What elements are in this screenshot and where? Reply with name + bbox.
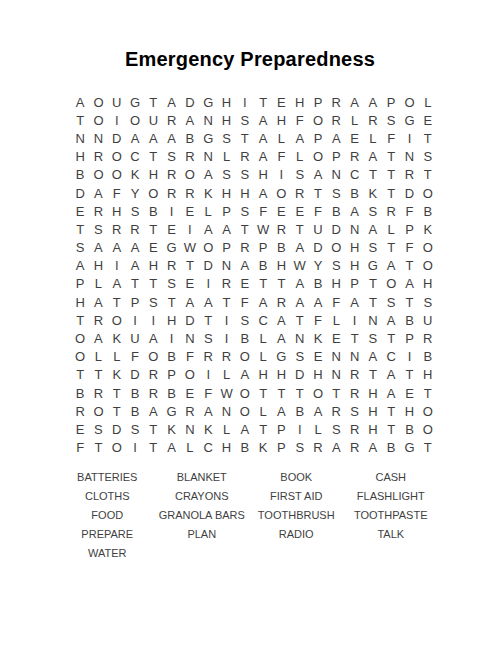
grid-cell-r16c2[interactable]: T — [89, 366, 107, 384]
grid-cell-r9c3[interactable]: A — [108, 239, 126, 257]
grid-cell-r20c2[interactable]: T — [89, 439, 107, 457]
grid-cell-r1c8[interactable]: G — [199, 93, 217, 111]
grid-cell-r14c6[interactable]: I — [162, 329, 180, 347]
grid-cell-r12c5[interactable]: S — [144, 293, 162, 311]
grid-cell-r3c10[interactable]: T — [236, 129, 254, 147]
grid-cell-r12c2[interactable]: A — [89, 293, 107, 311]
grid-cell-r9c19[interactable]: F — [400, 239, 418, 257]
grid-cell-r1c15[interactable]: R — [327, 93, 345, 111]
grid-cell-r4c14[interactable]: O — [309, 148, 327, 166]
grid-cell-r1c13[interactable]: H — [291, 93, 309, 111]
grid-cell-r16c9[interactable]: L — [217, 366, 235, 384]
grid-cell-r19c13[interactable]: I — [291, 420, 309, 438]
grid-cell-r16c8[interactable]: I — [199, 366, 217, 384]
grid-cell-r19c8[interactable]: K — [199, 420, 217, 438]
grid-cell-r5c7[interactable]: O — [181, 166, 199, 184]
grid-cell-r12c18[interactable]: S — [382, 293, 400, 311]
grid-cell-r20c11[interactable]: K — [254, 439, 272, 457]
grid-cell-r12c6[interactable]: T — [162, 293, 180, 311]
grid-cell-r18c7[interactable]: R — [181, 402, 199, 420]
grid-cell-r1c19[interactable]: O — [400, 93, 418, 111]
grid-cell-r6c14[interactable]: T — [309, 184, 327, 202]
grid-cell-r19c7[interactable]: N — [181, 420, 199, 438]
grid-cell-r14c8[interactable]: S — [199, 329, 217, 347]
grid-cell-r4c19[interactable]: N — [400, 148, 418, 166]
grid-cell-r6c4[interactable]: Y — [126, 184, 144, 202]
grid-cell-r17c6[interactable]: B — [162, 384, 180, 402]
grid-cell-r12c11[interactable]: A — [254, 293, 272, 311]
grid-cell-r6c7[interactable]: R — [181, 184, 199, 202]
grid-cell-r17c19[interactable]: E — [400, 384, 418, 402]
grid-cell-r15c4[interactable]: F — [126, 348, 144, 366]
grid-cell-r8c16[interactable]: N — [345, 220, 363, 238]
grid-cell-r3c20[interactable]: T — [419, 129, 437, 147]
grid-cell-r20c3[interactable]: O — [108, 439, 126, 457]
grid-cell-r18c19[interactable]: H — [400, 402, 418, 420]
grid-cell-r3c11[interactable]: A — [254, 129, 272, 147]
grid-cell-r6c2[interactable]: A — [89, 184, 107, 202]
grid-cell-r7c10[interactable]: S — [236, 202, 254, 220]
grid-cell-r16c10[interactable]: A — [236, 366, 254, 384]
grid-cell-r10c17[interactable]: G — [364, 257, 382, 275]
grid-cell-r4c13[interactable]: L — [291, 148, 309, 166]
grid-cell-r12c4[interactable]: P — [126, 293, 144, 311]
grid-cell-r15c20[interactable]: B — [419, 348, 437, 366]
grid-cell-r11c8[interactable]: I — [199, 275, 217, 293]
grid-cell-r15c3[interactable]: L — [108, 348, 126, 366]
grid-cell-r8c10[interactable]: T — [236, 220, 254, 238]
grid-cell-r1c11[interactable]: T — [254, 93, 272, 111]
grid-cell-r8c7[interactable]: I — [181, 220, 199, 238]
grid-cell-r17c16[interactable]: R — [345, 384, 363, 402]
grid-cell-r9c14[interactable]: D — [309, 239, 327, 257]
grid-cell-r15c17[interactable]: A — [364, 348, 382, 366]
grid-cell-r11c15[interactable]: H — [327, 275, 345, 293]
grid-cell-r9c15[interactable]: O — [327, 239, 345, 257]
grid-cell-r1c6[interactable]: A — [162, 93, 180, 111]
grid-cell-r4c15[interactable]: P — [327, 148, 345, 166]
grid-cell-r15c8[interactable]: R — [199, 348, 217, 366]
grid-cell-r20c5[interactable]: T — [144, 439, 162, 457]
grid-cell-r10c14[interactable]: Y — [309, 257, 327, 275]
grid-cell-r2c5[interactable]: U — [144, 111, 162, 129]
grid-cell-r19c18[interactable]: T — [382, 420, 400, 438]
grid-cell-r10c18[interactable]: A — [382, 257, 400, 275]
grid-cell-r16c7[interactable]: O — [181, 366, 199, 384]
grid-cell-r11c1[interactable]: P — [71, 275, 89, 293]
grid-cell-r12c8[interactable]: A — [199, 293, 217, 311]
grid-cell-r2c7[interactable]: A — [181, 111, 199, 129]
grid-cell-r9c4[interactable]: A — [126, 239, 144, 257]
grid-cell-r16c19[interactable]: T — [400, 366, 418, 384]
grid-cell-r18c3[interactable]: T — [108, 402, 126, 420]
grid-cell-r7c13[interactable]: E — [291, 202, 309, 220]
grid-cell-r13c12[interactable]: A — [272, 311, 290, 329]
grid-cell-r1c14[interactable]: P — [309, 93, 327, 111]
grid-cell-r20c17[interactable]: A — [364, 439, 382, 457]
grid-cell-r10c11[interactable]: B — [254, 257, 272, 275]
grid-cell-r14c7[interactable]: N — [181, 329, 199, 347]
grid-cell-r7c1[interactable]: E — [71, 202, 89, 220]
grid-cell-r11c20[interactable]: H — [419, 275, 437, 293]
grid-cell-r8c20[interactable]: K — [419, 220, 437, 238]
grid-cell-r8c19[interactable]: P — [400, 220, 418, 238]
grid-cell-r2c17[interactable]: R — [364, 111, 382, 129]
grid-cell-r18c5[interactable]: A — [144, 402, 162, 420]
grid-cell-r16c20[interactable]: H — [419, 366, 437, 384]
grid-cell-r10c2[interactable]: H — [89, 257, 107, 275]
grid-cell-r14c15[interactable]: E — [327, 329, 345, 347]
grid-cell-r2c12[interactable]: H — [272, 111, 290, 129]
grid-cell-r3c16[interactable]: E — [345, 129, 363, 147]
grid-cell-r11c13[interactable]: A — [291, 275, 309, 293]
grid-cell-r17c9[interactable]: W — [217, 384, 235, 402]
grid-cell-r6c6[interactable]: R — [162, 184, 180, 202]
grid-cell-r14c17[interactable]: S — [364, 329, 382, 347]
grid-cell-r14c18[interactable]: T — [382, 329, 400, 347]
grid-cell-r6c15[interactable]: S — [327, 184, 345, 202]
grid-cell-r4c3[interactable]: O — [108, 148, 126, 166]
grid-cell-r15c18[interactable]: C — [382, 348, 400, 366]
grid-cell-r20c1[interactable]: F — [71, 439, 89, 457]
grid-cell-r6c11[interactable]: A — [254, 184, 272, 202]
grid-cell-r19c17[interactable]: H — [364, 420, 382, 438]
grid-cell-r5c6[interactable]: R — [162, 166, 180, 184]
grid-cell-r3c6[interactable]: A — [162, 129, 180, 147]
grid-cell-r14c3[interactable]: K — [108, 329, 126, 347]
grid-cell-r12c14[interactable]: A — [309, 293, 327, 311]
grid-cell-r16c18[interactable]: A — [382, 366, 400, 384]
grid-cell-r4c1[interactable]: H — [71, 148, 89, 166]
grid-cell-r13c14[interactable]: F — [309, 311, 327, 329]
grid-cell-r7c17[interactable]: S — [364, 202, 382, 220]
grid-cell-r19c1[interactable]: E — [71, 420, 89, 438]
grid-cell-r11c19[interactable]: A — [400, 275, 418, 293]
grid-cell-r20c7[interactable]: L — [181, 439, 199, 457]
grid-cell-r16c5[interactable]: R — [144, 366, 162, 384]
grid-cell-r19c12[interactable]: P — [272, 420, 290, 438]
grid-cell-r16c12[interactable]: H — [272, 366, 290, 384]
grid-cell-r15c11[interactable]: L — [254, 348, 272, 366]
grid-cell-r8c11[interactable]: W — [254, 220, 272, 238]
grid-cell-r12c13[interactable]: A — [291, 293, 309, 311]
grid-cell-r15c6[interactable]: B — [162, 348, 180, 366]
grid-cell-r5c20[interactable]: T — [419, 166, 437, 184]
grid-cell-r7c5[interactable]: B — [144, 202, 162, 220]
grid-cell-r7c16[interactable]: A — [345, 202, 363, 220]
grid-cell-r13c3[interactable]: O — [108, 311, 126, 329]
grid-cell-r11c3[interactable]: A — [108, 275, 126, 293]
grid-cell-r1c10[interactable]: I — [236, 93, 254, 111]
grid-cell-r14c13[interactable]: N — [291, 329, 309, 347]
grid-cell-r1c7[interactable]: D — [181, 93, 199, 111]
grid-cell-r5c10[interactable]: S — [236, 166, 254, 184]
grid-cell-r9c5[interactable]: E — [144, 239, 162, 257]
grid-cell-r4c12[interactable]: F — [272, 148, 290, 166]
grid-cell-r17c13[interactable]: T — [291, 384, 309, 402]
grid-cell-r15c9[interactable]: R — [217, 348, 235, 366]
grid-cell-r12c16[interactable]: A — [345, 293, 363, 311]
grid-cell-r8c6[interactable]: E — [162, 220, 180, 238]
grid-cell-r3c2[interactable]: N — [89, 129, 107, 147]
grid-cell-r13c18[interactable]: A — [382, 311, 400, 329]
grid-cell-r11c17[interactable]: T — [364, 275, 382, 293]
grid-cell-r1c5[interactable]: T — [144, 93, 162, 111]
grid-cell-r7c8[interactable]: L — [199, 202, 217, 220]
grid-cell-r20c19[interactable]: G — [400, 439, 418, 457]
grid-cell-r15c7[interactable]: F — [181, 348, 199, 366]
grid-cell-r12c3[interactable]: T — [108, 293, 126, 311]
grid-cell-r11c7[interactable]: E — [181, 275, 199, 293]
grid-cell-r20c4[interactable]: I — [126, 439, 144, 457]
grid-cell-r3c9[interactable]: S — [217, 129, 235, 147]
grid-cell-r15c14[interactable]: E — [309, 348, 327, 366]
grid-cell-r5c8[interactable]: A — [199, 166, 217, 184]
grid-cell-r7c12[interactable]: E — [272, 202, 290, 220]
grid-cell-r13c20[interactable]: U — [419, 311, 437, 329]
grid-cell-r3c17[interactable]: L — [364, 129, 382, 147]
grid-cell-r1c1[interactable]: A — [71, 93, 89, 111]
grid-cell-r14c2[interactable]: A — [89, 329, 107, 347]
grid-cell-r16c3[interactable]: K — [108, 366, 126, 384]
grid-cell-r9c13[interactable]: A — [291, 239, 309, 257]
grid-cell-r19c19[interactable]: B — [400, 420, 418, 438]
grid-cell-r9c20[interactable]: O — [419, 239, 437, 257]
grid-cell-r3c7[interactable]: B — [181, 129, 199, 147]
grid-cell-r5c17[interactable]: T — [364, 166, 382, 184]
grid-cell-r4c8[interactable]: N — [199, 148, 217, 166]
grid-cell-r8c5[interactable]: T — [144, 220, 162, 238]
grid-cell-r15c1[interactable]: O — [71, 348, 89, 366]
grid-cell-r18c9[interactable]: N — [217, 402, 235, 420]
grid-cell-r2c1[interactable]: T — [71, 111, 89, 129]
grid-cell-r13c5[interactable]: I — [144, 311, 162, 329]
grid-cell-r20c13[interactable]: S — [291, 439, 309, 457]
grid-cell-r13c7[interactable]: D — [181, 311, 199, 329]
grid-cell-r16c6[interactable]: P — [162, 366, 180, 384]
grid-cell-r17c4[interactable]: B — [126, 384, 144, 402]
grid-cell-r1c3[interactable]: U — [108, 93, 126, 111]
grid-cell-r2c16[interactable]: L — [345, 111, 363, 129]
grid-cell-r5c4[interactable]: K — [126, 166, 144, 184]
grid-cell-r17c8[interactable]: F — [199, 384, 217, 402]
grid-cell-r5c1[interactable]: B — [71, 166, 89, 184]
grid-cell-r20c20[interactable]: T — [419, 439, 437, 457]
grid-cell-r5c16[interactable]: C — [345, 166, 363, 184]
grid-cell-r2c19[interactable]: G — [400, 111, 418, 129]
grid-cell-r3c5[interactable]: A — [144, 129, 162, 147]
grid-cell-r14c11[interactable]: L — [254, 329, 272, 347]
grid-cell-r7c20[interactable]: B — [419, 202, 437, 220]
grid-cell-r8c8[interactable]: A — [199, 220, 217, 238]
grid-cell-r6c18[interactable]: T — [382, 184, 400, 202]
grid-cell-r19c4[interactable]: S — [126, 420, 144, 438]
grid-cell-r3c3[interactable]: D — [108, 129, 126, 147]
grid-cell-r4c5[interactable]: T — [144, 148, 162, 166]
grid-cell-r18c4[interactable]: B — [126, 402, 144, 420]
grid-cell-r11c5[interactable]: T — [144, 275, 162, 293]
grid-cell-r3c13[interactable]: A — [291, 129, 309, 147]
grid-cell-r3c18[interactable]: F — [382, 129, 400, 147]
grid-cell-r2c10[interactable]: S — [236, 111, 254, 129]
grid-cell-r11c14[interactable]: B — [309, 275, 327, 293]
grid-cell-r10c3[interactable]: I — [108, 257, 126, 275]
grid-cell-r2c4[interactable]: O — [126, 111, 144, 129]
grid-cell-r11c12[interactable]: T — [272, 275, 290, 293]
grid-cell-r13c16[interactable]: I — [345, 311, 363, 329]
grid-cell-r20c14[interactable]: R — [309, 439, 327, 457]
grid-cell-r5c18[interactable]: T — [382, 166, 400, 184]
grid-cell-r1c17[interactable]: A — [364, 93, 382, 111]
grid-cell-r19c11[interactable]: T — [254, 420, 272, 438]
grid-cell-r10c1[interactable]: A — [71, 257, 89, 275]
grid-cell-r9c10[interactable]: R — [236, 239, 254, 257]
grid-cell-r3c14[interactable]: P — [309, 129, 327, 147]
grid-cell-r6c20[interactable]: O — [419, 184, 437, 202]
grid-cell-r2c20[interactable]: E — [419, 111, 437, 129]
grid-cell-r13c13[interactable]: T — [291, 311, 309, 329]
grid-cell-r18c17[interactable]: H — [364, 402, 382, 420]
grid-cell-r5c5[interactable]: H — [144, 166, 162, 184]
grid-cell-r16c4[interactable]: D — [126, 366, 144, 384]
grid-cell-r4c9[interactable]: L — [217, 148, 235, 166]
grid-cell-r13c2[interactable]: R — [89, 311, 107, 329]
grid-cell-r9c6[interactable]: G — [162, 239, 180, 257]
grid-cell-r13c11[interactable]: C — [254, 311, 272, 329]
grid-cell-r10c7[interactable]: T — [181, 257, 199, 275]
grid-cell-r17c2[interactable]: R — [89, 384, 107, 402]
grid-cell-r1c16[interactable]: A — [345, 93, 363, 111]
grid-cell-r2c9[interactable]: H — [217, 111, 235, 129]
grid-cell-r14c14[interactable]: K — [309, 329, 327, 347]
grid-cell-r9c8[interactable]: O — [199, 239, 217, 257]
grid-cell-r1c12[interactable]: E — [272, 93, 290, 111]
grid-cell-r11c11[interactable]: T — [254, 275, 272, 293]
grid-cell-r5c2[interactable]: O — [89, 166, 107, 184]
grid-cell-r11c2[interactable]: L — [89, 275, 107, 293]
grid-cell-r4c17[interactable]: A — [364, 148, 382, 166]
grid-cell-r10c13[interactable]: W — [291, 257, 309, 275]
grid-cell-r8c2[interactable]: S — [89, 220, 107, 238]
grid-cell-r12c15[interactable]: F — [327, 293, 345, 311]
grid-cell-r2c18[interactable]: S — [382, 111, 400, 129]
grid-cell-r18c1[interactable]: R — [71, 402, 89, 420]
grid-cell-r16c13[interactable]: D — [291, 366, 309, 384]
grid-cell-r11c16[interactable]: P — [345, 275, 363, 293]
grid-cell-r20c15[interactable]: A — [327, 439, 345, 457]
grid-cell-r12c20[interactable]: S — [419, 293, 437, 311]
grid-cell-r9c17[interactable]: S — [364, 239, 382, 257]
grid-cell-r18c14[interactable]: A — [309, 402, 327, 420]
grid-cell-r4c6[interactable]: S — [162, 148, 180, 166]
grid-cell-r12c12[interactable]: R — [272, 293, 290, 311]
grid-cell-r19c16[interactable]: R — [345, 420, 363, 438]
grid-cell-r10c10[interactable]: A — [236, 257, 254, 275]
grid-cell-r7c7[interactable]: E — [181, 202, 199, 220]
grid-cell-r8c4[interactable]: R — [126, 220, 144, 238]
grid-cell-r6c16[interactable]: B — [345, 184, 363, 202]
grid-cell-r11c18[interactable]: O — [382, 275, 400, 293]
grid-cell-r19c3[interactable]: D — [108, 420, 126, 438]
grid-cell-r6c8[interactable]: K — [199, 184, 217, 202]
grid-cell-r10c8[interactable]: D — [199, 257, 217, 275]
grid-cell-r7c15[interactable]: B — [327, 202, 345, 220]
grid-cell-r4c16[interactable]: R — [345, 148, 363, 166]
grid-cell-r4c7[interactable]: R — [181, 148, 199, 166]
grid-cell-r13c10[interactable]: S — [236, 311, 254, 329]
grid-cell-r12c1[interactable]: H — [71, 293, 89, 311]
grid-cell-r19c9[interactable]: L — [217, 420, 235, 438]
grid-cell-r19c20[interactable]: O — [419, 420, 437, 438]
grid-cell-r6c12[interactable]: O — [272, 184, 290, 202]
grid-cell-r1c9[interactable]: H — [217, 93, 235, 111]
grid-cell-r3c8[interactable]: G — [199, 129, 217, 147]
grid-cell-r4c10[interactable]: R — [236, 148, 254, 166]
grid-cell-r9c18[interactable]: T — [382, 239, 400, 257]
grid-cell-r18c6[interactable]: G — [162, 402, 180, 420]
grid-cell-r18c15[interactable]: R — [327, 402, 345, 420]
grid-cell-r20c6[interactable]: A — [162, 439, 180, 457]
grid-cell-r7c11[interactable]: F — [254, 202, 272, 220]
grid-cell-r7c3[interactable]: H — [108, 202, 126, 220]
grid-cell-r18c10[interactable]: O — [236, 402, 254, 420]
grid-cell-r7c14[interactable]: F — [309, 202, 327, 220]
grid-cell-r1c18[interactable]: P — [382, 93, 400, 111]
grid-cell-r20c10[interactable]: B — [236, 439, 254, 457]
grid-cell-r16c15[interactable]: N — [327, 366, 345, 384]
grid-cell-r14c12[interactable]: A — [272, 329, 290, 347]
grid-cell-r1c20[interactable]: L — [419, 93, 437, 111]
grid-cell-r7c9[interactable]: P — [217, 202, 235, 220]
grid-cell-r20c18[interactable]: B — [382, 439, 400, 457]
grid-cell-r19c14[interactable]: L — [309, 420, 327, 438]
grid-cell-r7c18[interactable]: R — [382, 202, 400, 220]
grid-cell-r14c10[interactable]: B — [236, 329, 254, 347]
grid-cell-r14c19[interactable]: P — [400, 329, 418, 347]
grid-cell-r17c18[interactable]: A — [382, 384, 400, 402]
grid-cell-r10c9[interactable]: N — [217, 257, 235, 275]
grid-cell-r18c13[interactable]: B — [291, 402, 309, 420]
grid-cell-r17c5[interactable]: R — [144, 384, 162, 402]
grid-cell-r19c5[interactable]: T — [144, 420, 162, 438]
grid-cell-r18c8[interactable]: A — [199, 402, 217, 420]
grid-cell-r10c19[interactable]: T — [400, 257, 418, 275]
grid-cell-r6c1[interactable]: D — [71, 184, 89, 202]
grid-cell-r5c19[interactable]: R — [400, 166, 418, 184]
grid-cell-r16c17[interactable]: T — [364, 366, 382, 384]
grid-cell-r12c10[interactable]: F — [236, 293, 254, 311]
grid-cell-r11c9[interactable]: R — [217, 275, 235, 293]
grid-cell-r8c18[interactable]: L — [382, 220, 400, 238]
grid-cell-r17c7[interactable]: E — [181, 384, 199, 402]
grid-cell-r15c16[interactable]: N — [345, 348, 363, 366]
grid-cell-r9c2[interactable]: A — [89, 239, 107, 257]
grid-cell-r3c1[interactable]: N — [71, 129, 89, 147]
grid-cell-r17c12[interactable]: T — [272, 384, 290, 402]
grid-cell-r14c4[interactable]: U — [126, 329, 144, 347]
grid-cell-r5c11[interactable]: H — [254, 166, 272, 184]
grid-cell-r4c2[interactable]: R — [89, 148, 107, 166]
grid-cell-r8c13[interactable]: T — [291, 220, 309, 238]
grid-cell-r4c18[interactable]: T — [382, 148, 400, 166]
grid-cell-r15c5[interactable]: O — [144, 348, 162, 366]
grid-cell-r7c19[interactable]: F — [400, 202, 418, 220]
grid-cell-r11c10[interactable]: E — [236, 275, 254, 293]
grid-cell-r15c19[interactable]: I — [400, 348, 418, 366]
grid-cell-r13c9[interactable]: I — [217, 311, 235, 329]
grid-cell-r6c3[interactable]: F — [108, 184, 126, 202]
grid-cell-r5c14[interactable]: A — [309, 166, 327, 184]
